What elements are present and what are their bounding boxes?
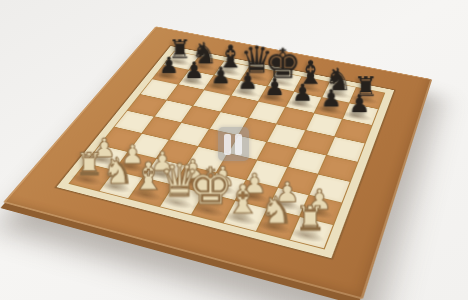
piece-white-rook: ♜: [295, 203, 325, 237]
watermark-bar-icon: [235, 134, 242, 155]
watermark-badge: [218, 127, 249, 161]
piece-black-pawn: ♟: [264, 75, 285, 99]
piece-white-knight: ♞: [259, 190, 293, 228]
board-square: [328, 137, 365, 161]
board-square: ♜: [290, 217, 332, 248]
watermark-bar-icon: [224, 134, 231, 155]
piece-black-pawn: ♟: [158, 54, 178, 77]
piece-black-pawn: ♟: [184, 59, 205, 82]
piece-black-pawn: ♟: [292, 81, 313, 105]
piece-white-knight: ♞: [102, 152, 134, 188]
piece-white-rook: ♜: [75, 149, 103, 180]
piece-black-pawn: ♟: [210, 65, 231, 88]
chess-board: ♜♞♝♛♚♝♞♜♟♟♟♟♟♟♟♟♟♟♟♟♟♟♟♟♜♞♝♛♚♝♞♜: [3, 26, 432, 299]
product-photo-background: ♜♞♝♛♚♝♞♜♟♟♟♟♟♟♟♟♟♟♟♟♟♟♟♟♜♞♝♛♚♝♞♜: [0, 0, 468, 300]
piece-black-pawn: ♟: [349, 92, 371, 116]
piece-black-pawn: ♟: [320, 87, 342, 111]
piece-black-pawn: ♟: [237, 70, 258, 93]
piece-white-bishop: ♝: [225, 180, 261, 220]
